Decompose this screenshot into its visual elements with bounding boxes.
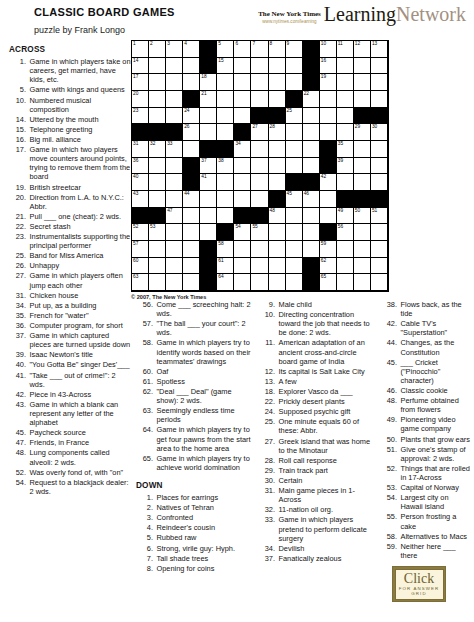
clue-number: 35. (8, 311, 26, 320)
grid-cell[interactable] (251, 274, 268, 291)
clue-text: Perfume obtained from flowers (401, 396, 473, 414)
clue-text: Prickly desert plants (279, 397, 375, 406)
grid-cell[interactable]: 9 (286, 41, 303, 58)
grid-cell[interactable] (320, 108, 337, 125)
grid-cell[interactable]: 12 (354, 41, 371, 58)
grid-cell[interactable] (217, 124, 234, 141)
grid-cell[interactable]: 4 (183, 41, 200, 58)
grid-cell[interactable] (149, 191, 166, 208)
grid-cell[interactable]: 43 (132, 191, 149, 208)
clue-text: Oaf (157, 367, 253, 376)
grid-cell[interactable] (337, 108, 354, 125)
cell-number: 13 (372, 41, 377, 46)
grid-cell[interactable] (303, 224, 320, 241)
clue-text: Direction from L.A. to N.Y.C.: Abbr. (30, 193, 132, 211)
clue-number: 59. (379, 542, 397, 560)
grid-cell[interactable]: 47 (166, 208, 183, 225)
clue-item: 20.Direction from L.A. to N.Y.C.: Abbr. (8, 193, 131, 211)
grid-cell[interactable] (337, 174, 354, 191)
clue-number: 51. (379, 445, 397, 463)
grid-cell[interactable] (200, 108, 217, 125)
black-square (166, 124, 183, 141)
grid-cell[interactable]: 46 (303, 191, 320, 208)
grid-cell[interactable]: 29 (354, 124, 371, 141)
grid-cell[interactable] (149, 91, 166, 108)
clue-item: 49.Pioneering video game company (379, 415, 472, 433)
cell-number: 31 (133, 141, 138, 146)
grid-cell[interactable] (337, 58, 354, 75)
grid-cell[interactable] (303, 108, 320, 125)
grid-cell[interactable] (303, 241, 320, 258)
clue-number: 4. (135, 523, 153, 532)
grid-cell[interactable] (234, 91, 251, 108)
grid-cell[interactable] (371, 58, 388, 75)
clue-item: 4.Reindeer's cousin (135, 523, 252, 532)
clue-item: 8.Opening for coins (135, 564, 252, 573)
clue-number: 32. (257, 505, 275, 514)
clue-number: 45. (8, 428, 26, 437)
clue-item: 5.Rubbed raw (135, 533, 252, 542)
cell-number: 61 (218, 258, 223, 263)
grid-cell[interactable] (354, 241, 371, 258)
cell-number: 44 (184, 191, 189, 196)
grid-cell[interactable] (337, 258, 354, 275)
grid-cell[interactable]: 35 (337, 141, 354, 158)
grid-cell[interactable]: 48 (269, 208, 286, 225)
grid-cell[interactable]: 53 (149, 224, 166, 241)
clue-text: Reindeer's cousin (157, 523, 253, 532)
clue-item: 18.Explorer Vasco da ___ (257, 387, 374, 396)
grid-cell[interactable]: 41 (200, 174, 217, 191)
grid-cell[interactable] (217, 174, 234, 191)
grid-cell[interactable] (166, 74, 183, 91)
clue-item: 54.Request to a blackjack dealer: 2 wds. (8, 478, 131, 496)
grid-cell[interactable]: 14 (132, 58, 149, 75)
grid-cell[interactable] (269, 91, 286, 108)
clue-item: 9.Male child (257, 300, 374, 309)
grid-cell[interactable]: 21 (200, 91, 217, 108)
grid-cell[interactable] (149, 174, 166, 191)
grid-cell[interactable]: 30 (371, 124, 388, 141)
grid-cell[interactable] (234, 191, 251, 208)
clue-text: Flows back, as the tide (401, 300, 473, 318)
cell-number: 41 (201, 174, 206, 179)
grid-cell[interactable]: 34 (234, 141, 251, 158)
grid-cell[interactable] (286, 258, 303, 275)
grid-cell[interactable] (269, 224, 286, 241)
cell-number: 56 (338, 224, 343, 229)
grid-cell[interactable] (269, 158, 286, 175)
clue-number: 19. (8, 183, 26, 192)
grid-cell[interactable] (166, 258, 183, 275)
grid-cell[interactable] (303, 208, 320, 225)
grid-cell[interactable]: 16 (320, 58, 337, 75)
grid-cell[interactable] (371, 158, 388, 175)
grid-cell[interactable] (200, 208, 217, 225)
grid-cell[interactable] (371, 274, 388, 291)
grid-cell[interactable] (354, 74, 371, 91)
grid-cell[interactable]: 3 (166, 41, 183, 58)
grid-cell[interactable] (286, 224, 303, 241)
grid-cell[interactable] (371, 74, 388, 91)
black-square (200, 41, 217, 58)
grid-cell[interactable] (303, 124, 320, 141)
grid-cell[interactable] (354, 91, 371, 108)
grid-cell[interactable]: 5 (217, 41, 234, 58)
grid-cell[interactable] (149, 274, 166, 291)
grid-cell[interactable] (251, 191, 268, 208)
grid-cell[interactable] (286, 241, 303, 258)
cell-number: 58 (218, 241, 223, 246)
clue-item: 32.11-nation oil org. (257, 505, 374, 514)
clue-number: 28. (257, 456, 275, 465)
grid-cell[interactable]: 56 (337, 224, 354, 241)
grid-cell[interactable] (337, 241, 354, 258)
grid-cell[interactable] (166, 158, 183, 175)
grid-cell[interactable]: 10 (320, 41, 337, 58)
grid-cell[interactable] (354, 158, 371, 175)
grid-cell[interactable]: 33 (166, 141, 183, 158)
clue-text: Person frosting a cake (401, 512, 473, 530)
clue-number: 33. (257, 515, 275, 542)
clue-number: 58. (379, 532, 397, 541)
black-square (200, 241, 217, 258)
clue-item: 44.Changes, as the Constitution (379, 338, 472, 356)
grid-cell[interactable]: 50 (354, 208, 371, 225)
grid-cell[interactable] (217, 108, 234, 125)
grid-cell[interactable]: 52 (132, 224, 149, 241)
grid-cell[interactable]: 27 (251, 124, 268, 141)
clue-number: 25. (8, 251, 26, 260)
grid-cell[interactable]: 17 (132, 74, 149, 91)
black-square (320, 224, 337, 241)
cell-number: 15 (218, 58, 223, 63)
clue-text: Male child (279, 300, 375, 309)
logo-url-link[interactable]: www.nytimes.com/learning (258, 19, 321, 24)
grid-cell[interactable]: 25 (286, 108, 303, 125)
black-square (320, 141, 337, 158)
grid-cell[interactable]: 58 (217, 241, 234, 258)
grid-cell[interactable]: 8 (269, 41, 286, 58)
clue-text: Request to a blackjack dealer: 2 wds. (30, 478, 132, 496)
clue-number: 49. (379, 415, 397, 433)
grid-cell[interactable]: 26 (183, 124, 200, 141)
logo-network-text: Network (396, 3, 466, 25)
black-square (303, 58, 320, 75)
grid-cell[interactable] (234, 258, 251, 275)
cell-number: 1 (133, 41, 136, 46)
grid-cell[interactable]: 44 (183, 191, 200, 208)
grid-cell[interactable]: 28 (269, 124, 286, 141)
clue-number: 52. (379, 464, 397, 482)
black-square (354, 108, 371, 125)
grid-cell[interactable] (183, 58, 200, 75)
grid-cell[interactable]: 13 (371, 41, 388, 58)
grid-cell[interactable] (217, 91, 234, 108)
grid-cell[interactable] (251, 141, 268, 158)
grid-cell[interactable] (149, 241, 166, 258)
clue-number: 1. (135, 493, 153, 502)
grid-cell[interactable] (303, 158, 320, 175)
grid-cell[interactable]: 42 (320, 174, 337, 191)
grid-cell[interactable] (251, 74, 268, 91)
grid-cell[interactable]: 60 (132, 258, 149, 275)
grid-cell[interactable] (251, 91, 268, 108)
grid-cell[interactable] (183, 141, 200, 158)
cell-number: 40 (133, 174, 138, 179)
grid-cell[interactable] (269, 141, 286, 158)
clue-item: 22.Secret stash (8, 222, 131, 231)
clue-number: 3. (135, 513, 153, 522)
grid-cell[interactable]: 64 (217, 274, 234, 291)
clue-item: 35.French for "water" (8, 311, 131, 320)
grid-cell[interactable] (234, 108, 251, 125)
clue-item: 37.Fanatically zealous (257, 554, 374, 563)
black-square (251, 208, 268, 225)
clue-number: 37. (8, 331, 26, 349)
clue-text: Capital of Norway (401, 483, 473, 492)
grid-cell[interactable] (354, 224, 371, 241)
grid-cell[interactable] (200, 224, 217, 241)
cell-number: 6 (235, 41, 238, 46)
clue-number: 55. (379, 512, 397, 530)
grid-cell[interactable] (337, 274, 354, 291)
grid-cell[interactable]: 36 (132, 158, 149, 175)
grid-cell[interactable]: 7 (251, 41, 268, 58)
clue-text: Paycheck source (30, 428, 132, 437)
grid-cell[interactable] (354, 141, 371, 158)
grid-cell[interactable] (371, 258, 388, 275)
grid-cell[interactable]: 2 (149, 41, 166, 58)
grid-cell[interactable]: 63 (132, 274, 149, 291)
grid-cell[interactable] (166, 241, 183, 258)
grid-cell[interactable] (320, 208, 337, 225)
grid-cell[interactable] (234, 74, 251, 91)
grid-cell[interactable]: 62 (320, 258, 337, 275)
grid-cell[interactable] (251, 258, 268, 275)
grid-cell[interactable] (149, 74, 166, 91)
grid-cell[interactable] (286, 141, 303, 158)
clue-number: 52. (8, 468, 26, 477)
clue-text: Big mil. alliance (30, 135, 132, 144)
grid-cell[interactable]: 61 (217, 258, 234, 275)
learning-network-logo[interactable]: The New York Times www.nytimes.com/learn… (258, 3, 466, 25)
grid-cell[interactable] (234, 241, 251, 258)
grid-cell[interactable]: 19 (320, 74, 337, 91)
clue-text: Directing concentration toward the job t… (279, 310, 375, 337)
grid-cell[interactable]: 1 (132, 41, 149, 58)
grid-cell[interactable] (371, 91, 388, 108)
grid-cell[interactable] (200, 124, 217, 141)
grid-cell[interactable]: 55 (251, 224, 268, 241)
grid-cell[interactable]: 57 (132, 241, 149, 258)
grid-cell[interactable]: 49 (337, 208, 354, 225)
clue-text: Game with kings and queens (30, 85, 132, 94)
grid-cell[interactable]: 23 (132, 108, 149, 125)
grid-cell[interactable] (371, 141, 388, 158)
grid-cell[interactable] (166, 174, 183, 191)
grid-cell[interactable] (166, 108, 183, 125)
cell-number: 18 (201, 74, 206, 79)
black-square (303, 274, 320, 291)
grid-cell[interactable] (269, 58, 286, 75)
cell-number: 48 (270, 208, 275, 213)
clue-item: 53.Capital of Norway (379, 483, 472, 492)
grid-cell[interactable] (200, 191, 217, 208)
grid-cell[interactable] (183, 241, 200, 258)
grid-cell[interactable]: 18 (200, 74, 217, 91)
grid-cell[interactable] (234, 174, 251, 191)
cell-number: 20 (133, 91, 138, 96)
grid-cell[interactable] (269, 241, 286, 258)
grid-cell[interactable]: 15 (217, 58, 234, 75)
clue-text: "Deal ___ Deal" (game show): 2 wds. (157, 387, 253, 405)
cell-number: 26 (184, 124, 189, 129)
grid-cell[interactable]: 31 (132, 141, 149, 158)
grid-cell[interactable]: 59 (320, 241, 337, 258)
grid-cell[interactable] (251, 58, 268, 75)
grid-cell[interactable]: 38 (217, 158, 234, 175)
grid-cell[interactable] (234, 58, 251, 75)
grid-cell[interactable]: 24 (183, 108, 200, 125)
grid-cell[interactable]: 11 (337, 41, 354, 58)
grid-cell[interactable] (251, 174, 268, 191)
grid-cell[interactable] (371, 241, 388, 258)
grid-cell[interactable] (354, 258, 371, 275)
black-square (303, 74, 320, 91)
grid-cell[interactable] (183, 74, 200, 91)
clue-column-1: ACROSS 1.Game in which players take on c… (8, 45, 131, 497)
grid-cell[interactable] (337, 91, 354, 108)
grid-cell[interactable] (166, 191, 183, 208)
grid-cell[interactable] (286, 158, 303, 175)
grid-cell[interactable] (269, 258, 286, 275)
grid-cell[interactable] (337, 124, 354, 141)
grid-cell[interactable]: 37 (200, 158, 217, 175)
clue-number: 20. (8, 193, 26, 211)
grid-cell[interactable]: 39 (337, 158, 354, 175)
grid-cell[interactable] (166, 91, 183, 108)
grid-cell[interactable] (354, 58, 371, 75)
grid-cell[interactable] (286, 274, 303, 291)
grid-cell[interactable] (320, 124, 337, 141)
black-square (200, 141, 217, 158)
clues-col4-list: 38.Flows back, as the tide42.Cable TV's … (379, 300, 472, 560)
clue-number: 8. (135, 564, 153, 573)
clue-item: 12.Its capital is Salt Lake City (257, 367, 374, 376)
clue-number: 25. (257, 417, 275, 435)
clue-item: 10.Directing concentration toward the jo… (257, 310, 374, 337)
clue-text: "Take ___ out of crime!": 2 wds. (30, 371, 132, 389)
grid-cell[interactable] (303, 141, 320, 158)
clue-text: Piece in 43-Across (30, 390, 132, 399)
clue-item: 34.Devilish (257, 544, 374, 553)
grid-cell[interactable] (354, 174, 371, 191)
cell-number: 5 (218, 41, 221, 46)
clue-text: Largest city on Hawaii island (401, 493, 473, 511)
grid-cell[interactable] (234, 274, 251, 291)
grid-cell[interactable] (320, 91, 337, 108)
cell-number: 3 (167, 41, 170, 46)
grid-cell[interactable]: 6 (234, 41, 251, 58)
grid-cell[interactable] (234, 158, 251, 175)
cell-number: 9 (287, 41, 290, 46)
clue-number: 6. (135, 544, 153, 553)
grid-cell[interactable] (251, 158, 268, 175)
grid-cell[interactable]: 32 (149, 141, 166, 158)
clue-text: Supposed psychic gift (279, 407, 375, 416)
grid-cell[interactable] (269, 174, 286, 191)
grid-cell[interactable] (286, 58, 303, 75)
grid-cell[interactable]: 65 (320, 274, 337, 291)
black-square (234, 124, 251, 141)
grid-cell[interactable]: 40 (132, 174, 149, 191)
clue-text: Alternatives to Macs (401, 532, 473, 541)
grid-cell[interactable] (269, 274, 286, 291)
grid-cell[interactable] (251, 241, 268, 258)
grid-cell[interactable] (183, 274, 200, 291)
grid-cell[interactable]: 51 (371, 208, 388, 225)
grid-cell[interactable] (149, 58, 166, 75)
clue-item: 43.Game in which a blank can represent a… (8, 400, 131, 427)
grid-cell[interactable] (286, 208, 303, 225)
grid-cell[interactable] (149, 108, 166, 125)
grid-cell[interactable]: 45 (286, 191, 303, 208)
clue-number: 60. (135, 367, 153, 376)
grid-cell[interactable] (217, 208, 234, 225)
clue-number: 14. (8, 115, 26, 124)
grid-cell[interactable] (320, 191, 337, 208)
grid-cell[interactable] (217, 191, 234, 208)
clues-col3-list: 9.Male child10.Directing concentration t… (257, 300, 374, 563)
clue-item: 14.Uttered by the mouth (8, 115, 131, 124)
clue-item: 22.Prickly desert plants (257, 397, 374, 406)
grid-cell[interactable] (183, 258, 200, 275)
grid-cell[interactable]: 22 (303, 91, 320, 108)
grid-cell[interactable] (337, 74, 354, 91)
cell-number: 8 (270, 41, 273, 46)
grid-cell[interactable] (286, 74, 303, 91)
grid-cell[interactable] (371, 224, 388, 241)
grid-cell[interactable] (286, 124, 303, 141)
grid-cell[interactable] (354, 274, 371, 291)
grid-cell[interactable] (269, 74, 286, 91)
answer-grid-button[interactable]: Click FOR ANSWER GRID (392, 566, 446, 602)
grid-cell[interactable] (183, 208, 200, 225)
grid-cell[interactable] (217, 74, 234, 91)
clue-text: Greek island that was home to the Minota… (279, 437, 375, 455)
grid-cell[interactable]: 54 (234, 224, 251, 241)
grid-cell[interactable] (183, 224, 200, 241)
clue-item: 30.Certain (257, 476, 374, 485)
grid-cell[interactable] (166, 274, 183, 291)
grid-cell[interactable] (166, 58, 183, 75)
clue-number: 7. (135, 554, 153, 563)
grid-cell[interactable] (371, 174, 388, 191)
grid-cell[interactable] (149, 258, 166, 275)
clue-number: 61. (135, 377, 153, 386)
cell-number: 27 (252, 124, 257, 129)
clue-text: 11-nation oil org. (279, 505, 375, 514)
grid-cell[interactable]: 20 (132, 91, 149, 108)
clue-text: Game in which players try to identify wo… (157, 338, 253, 365)
clue-text: Roll call response (279, 456, 375, 465)
black-square (251, 108, 268, 125)
clue-text: Friends, in France (30, 438, 132, 447)
grid-cell[interactable] (166, 224, 183, 241)
grid-cell[interactable] (149, 158, 166, 175)
clue-number: 9. (257, 300, 275, 309)
